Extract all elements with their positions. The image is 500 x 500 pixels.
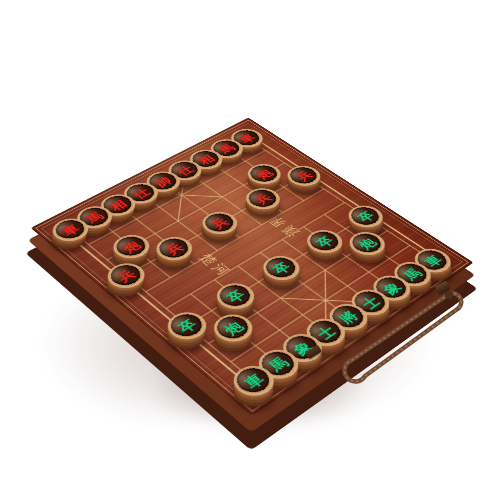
rope-handle[interactable] <box>0 0 500 500</box>
rope-twist-texture <box>345 293 462 381</box>
rope-loop[interactable] <box>345 293 462 381</box>
product-photo: 楚河漢界 車馬相仕帥仕相馬車炮炮兵兵兵兵兵卒卒卒卒卒炮炮車馬象士將士象馬車 <box>0 0 500 500</box>
rope-knot <box>445 291 453 299</box>
